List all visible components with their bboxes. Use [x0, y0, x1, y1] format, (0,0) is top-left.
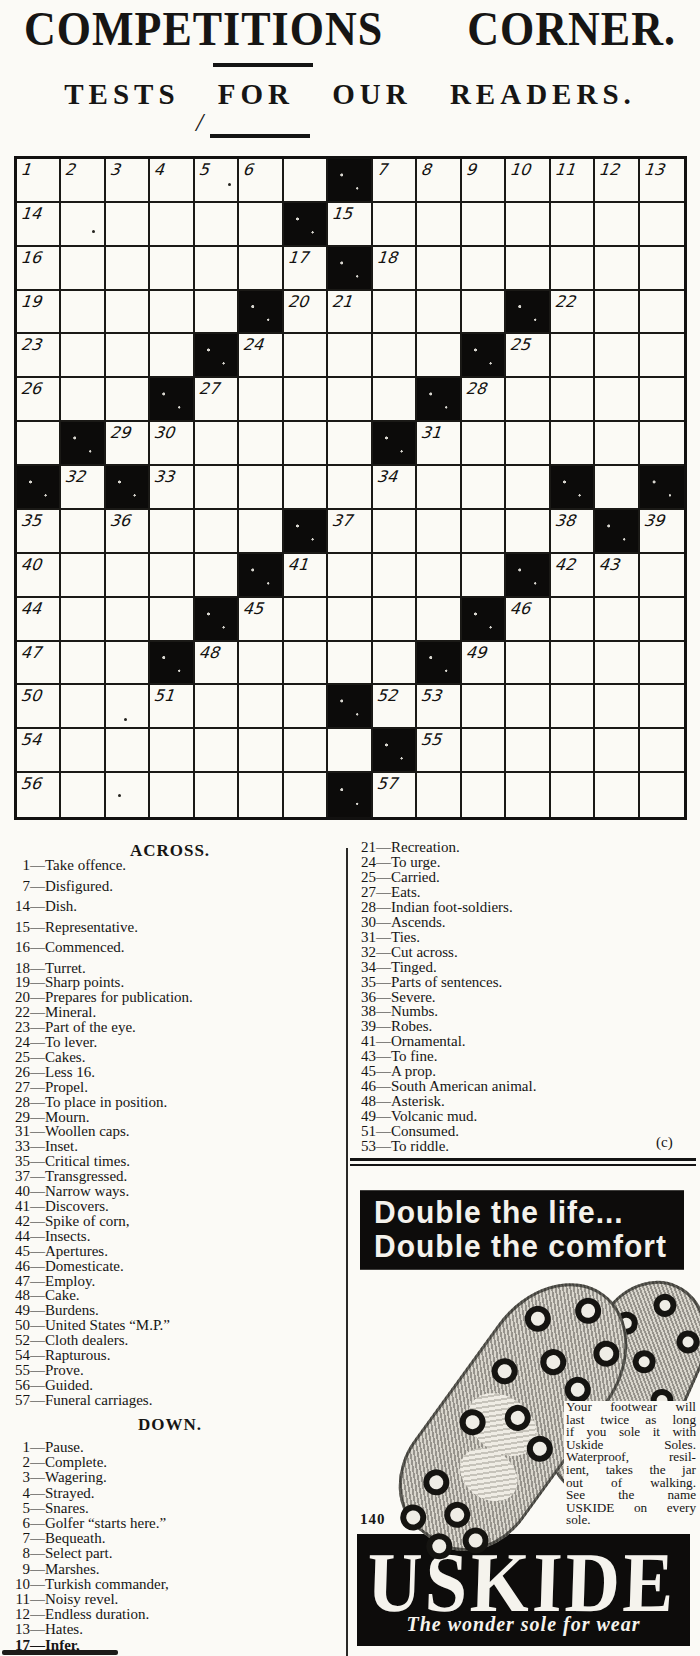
white-cell[interactable]: 38 — [551, 510, 595, 554]
white-cell[interactable] — [640, 422, 684, 466]
white-cell[interactable] — [61, 773, 105, 817]
white-cell[interactable] — [239, 466, 283, 510]
white-cell[interactable]: 31 — [417, 422, 461, 466]
clue-number: 14 — [16, 203, 60, 222]
white-cell[interactable] — [328, 554, 372, 598]
white-cell[interactable] — [551, 729, 595, 773]
white-cell[interactable]: 39 — [640, 510, 684, 554]
white-cell[interactable]: 1 — [17, 159, 61, 203]
white-cell[interactable] — [595, 685, 639, 729]
white-cell[interactable] — [551, 203, 595, 247]
white-cell[interactable] — [417, 554, 461, 598]
white-cell[interactable] — [150, 773, 194, 817]
white-cell[interactable] — [239, 729, 283, 773]
white-cell[interactable] — [373, 510, 417, 554]
clue-item: 48—Asterisk. — [352, 1094, 696, 1109]
white-cell[interactable]: 21 — [328, 291, 372, 335]
print-speckle — [92, 230, 95, 233]
white-cell[interactable]: 45 — [239, 598, 283, 642]
white-cell[interactable] — [595, 642, 639, 686]
sole-stud — [570, 1293, 606, 1329]
clue-number: 19 — [16, 291, 60, 310]
white-cell[interactable] — [61, 642, 105, 686]
white-cell[interactable] — [462, 422, 506, 466]
clue-number: 43 — [594, 554, 638, 573]
copyright-mark: (c) — [656, 1134, 673, 1151]
clue-item: 29—Mourn. — [4, 1110, 340, 1125]
clue-item: 25—Cakes. — [4, 1050, 340, 1065]
white-cell[interactable] — [640, 773, 684, 817]
white-cell[interactable]: 23 — [17, 334, 61, 378]
white-cell[interactable]: 40 — [17, 554, 61, 598]
white-cell[interactable]: 20 — [284, 291, 328, 335]
white-cell[interactable] — [61, 378, 105, 422]
white-cell[interactable]: 17 — [284, 247, 328, 291]
white-cell[interactable] — [595, 466, 639, 510]
clue-number: 49 — [461, 642, 505, 661]
white-cell[interactable] — [551, 598, 595, 642]
white-cell[interactable] — [551, 334, 595, 378]
down-clues-list-right: 21—Recreation.24—To urge.25—Carried.27—E… — [352, 840, 696, 1154]
white-cell[interactable] — [150, 510, 194, 554]
white-cell[interactable]: 34 — [373, 466, 417, 510]
clue-item: 39—Robes. — [352, 1019, 696, 1034]
white-cell[interactable] — [640, 247, 684, 291]
black-cell — [417, 642, 461, 686]
white-cell[interactable] — [284, 466, 328, 510]
white-cell[interactable] — [195, 203, 239, 247]
clue-number: 44 — [16, 598, 60, 617]
white-cell[interactable] — [595, 247, 639, 291]
clue-number: 35 — [16, 510, 60, 529]
white-cell[interactable]: 27 — [195, 378, 239, 422]
clue-item: 49—Burdens. — [4, 1303, 340, 1318]
clue-item: 28—Indian foot-soldiers. — [352, 900, 696, 915]
white-cell[interactable] — [195, 422, 239, 466]
clue-item: 43—To fine. — [352, 1049, 696, 1064]
white-cell[interactable] — [640, 203, 684, 247]
white-cell[interactable]: 50 — [17, 685, 61, 729]
white-cell[interactable]: 54 — [17, 729, 61, 773]
clue-item: 36—Severe. — [352, 990, 696, 1005]
clue-item: 7—Bequeath. — [4, 1531, 340, 1546]
white-cell[interactable] — [239, 642, 283, 686]
page-title: COMPETITIONS CORNER. — [0, 2, 700, 57]
white-cell[interactable] — [640, 334, 684, 378]
white-cell[interactable]: 53 — [417, 685, 461, 729]
white-cell[interactable]: 26 — [17, 378, 61, 422]
white-cell[interactable]: 25 — [506, 334, 550, 378]
white-cell[interactable] — [17, 422, 61, 466]
clue-number: 21 — [327, 291, 371, 310]
white-cell[interactable] — [640, 378, 684, 422]
white-cell[interactable] — [640, 291, 684, 335]
white-cell[interactable]: 55 — [417, 729, 461, 773]
white-cell[interactable] — [61, 729, 105, 773]
black-cell — [150, 642, 194, 686]
white-cell[interactable] — [150, 729, 194, 773]
white-cell[interactable] — [373, 554, 417, 598]
page-title-left: COMPETITIONS — [24, 2, 383, 57]
white-cell[interactable] — [106, 729, 150, 773]
white-cell[interactable]: 24 — [239, 334, 283, 378]
white-cell[interactable]: 29 — [106, 422, 150, 466]
white-cell[interactable] — [462, 203, 506, 247]
white-cell[interactable] — [106, 378, 150, 422]
clue-number: 45 — [238, 598, 282, 617]
clue-item: 12—Endless duration. — [4, 1607, 340, 1622]
white-cell[interactable]: 30 — [150, 422, 194, 466]
white-cell[interactable]: 18 — [373, 247, 417, 291]
white-cell[interactable]: 19 — [17, 291, 61, 335]
clue-item: 24—To lever. — [4, 1035, 340, 1050]
clue-item: 9—Marshes. — [4, 1562, 340, 1577]
clue-number: 37 — [327, 510, 371, 529]
white-cell[interactable] — [595, 291, 639, 335]
clue-number: 28 — [461, 378, 505, 397]
white-cell[interactable] — [106, 334, 150, 378]
white-cell[interactable] — [61, 685, 105, 729]
white-cell[interactable] — [551, 685, 595, 729]
white-cell[interactable] — [106, 554, 150, 598]
clue-number: 54 — [16, 729, 60, 748]
white-cell[interactable] — [195, 685, 239, 729]
black-cell — [195, 334, 239, 378]
white-cell[interactable] — [61, 247, 105, 291]
white-cell[interactable] — [284, 729, 328, 773]
white-cell[interactable]: 36 — [106, 510, 150, 554]
white-cell[interactable]: 13 — [640, 159, 684, 203]
white-cell[interactable] — [150, 203, 194, 247]
clue-number: 42 — [550, 554, 594, 573]
clue-item: 21—Recreation. — [352, 840, 696, 855]
white-cell[interactable]: 44 — [17, 598, 61, 642]
white-cell[interactable] — [284, 685, 328, 729]
black-cell — [61, 422, 105, 466]
clue-item: 33—Inset. — [4, 1139, 340, 1154]
column-divider-rule — [346, 848, 348, 1656]
white-cell[interactable] — [551, 422, 595, 466]
clue-number: 31 — [416, 422, 460, 441]
clue-item: 51—Consumed. — [352, 1124, 696, 1139]
white-cell[interactable] — [640, 598, 684, 642]
clue-number: 26 — [16, 378, 60, 397]
white-cell[interactable] — [640, 685, 684, 729]
white-cell[interactable]: 4 — [150, 159, 194, 203]
clue-item: 55—Prove. — [4, 1363, 340, 1378]
black-cell — [373, 729, 417, 773]
white-cell[interactable] — [239, 422, 283, 466]
white-cell[interactable] — [417, 334, 461, 378]
white-cell[interactable] — [373, 378, 417, 422]
white-cell[interactable]: 15 — [328, 203, 372, 247]
white-cell[interactable]: 41 — [284, 554, 328, 598]
white-cell[interactable] — [417, 203, 461, 247]
white-cell[interactable]: 22 — [551, 291, 595, 335]
ink-smudge — [2, 1650, 118, 1655]
clue-item: 46—South American animal. — [352, 1079, 696, 1094]
white-cell[interactable] — [373, 203, 417, 247]
white-cell[interactable] — [328, 334, 372, 378]
white-cell[interactable] — [150, 247, 194, 291]
white-cell[interactable] — [506, 422, 550, 466]
white-cell[interactable]: 8 — [417, 159, 461, 203]
white-cell[interactable] — [595, 773, 639, 817]
white-cell[interactable] — [462, 729, 506, 773]
white-cell[interactable] — [106, 598, 150, 642]
ad-copy-line: sole. — [566, 1514, 696, 1527]
white-cell[interactable] — [462, 247, 506, 291]
white-cell[interactable] — [328, 422, 372, 466]
white-cell[interactable] — [106, 685, 150, 729]
white-cell[interactable] — [284, 334, 328, 378]
clue-number: 51 — [149, 685, 193, 704]
clue-number: 11 — [550, 159, 594, 178]
clue-item: 30—Ascends. — [352, 915, 696, 930]
white-cell[interactable] — [506, 378, 550, 422]
white-cell[interactable]: 10 — [506, 159, 550, 203]
black-cell — [328, 159, 372, 203]
clue-item: 52—Cloth dealers. — [4, 1333, 340, 1348]
white-cell[interactable] — [284, 422, 328, 466]
black-cell — [462, 598, 506, 642]
white-cell[interactable] — [328, 642, 372, 686]
white-cell[interactable] — [640, 729, 684, 773]
clue-number: 57 — [372, 773, 416, 792]
white-cell[interactable] — [328, 598, 372, 642]
white-cell[interactable] — [284, 598, 328, 642]
ad-headline-banner: Double the life... Double the comfort — [360, 1190, 684, 1270]
white-cell[interactable]: 46 — [506, 598, 550, 642]
clue-number: 7 — [372, 159, 416, 178]
clue-number: 34 — [372, 466, 416, 485]
white-cell[interactable] — [195, 466, 239, 510]
white-cell[interactable]: 48 — [195, 642, 239, 686]
across-clues-list: 1—Take offence.7—Disfigured.14—Dish.15—R… — [4, 858, 340, 1408]
white-cell[interactable]: 5 — [195, 159, 239, 203]
white-cell[interactable] — [595, 598, 639, 642]
white-cell[interactable]: 14 — [17, 203, 61, 247]
clue-item: 25—Carried. — [352, 870, 696, 885]
white-cell[interactable] — [239, 247, 283, 291]
clue-item: 23—Part of the eye. — [4, 1020, 340, 1035]
white-cell[interactable] — [61, 203, 105, 247]
white-cell[interactable] — [239, 378, 283, 422]
down-heading: DOWN. — [0, 1415, 340, 1435]
white-cell[interactable] — [195, 773, 239, 817]
clue-item: 8—Select part. — [4, 1546, 340, 1561]
clue-number: 8 — [416, 159, 460, 178]
white-cell[interactable]: 35 — [17, 510, 61, 554]
white-cell[interactable]: 51 — [150, 685, 194, 729]
white-cell[interactable] — [595, 378, 639, 422]
clue-item: 49—Volcanic mud. — [352, 1109, 696, 1124]
white-cell[interactable] — [462, 685, 506, 729]
white-cell[interactable] — [373, 598, 417, 642]
white-cell[interactable] — [284, 378, 328, 422]
white-cell[interactable] — [506, 685, 550, 729]
white-cell[interactable]: 37 — [328, 510, 372, 554]
clue-item: 5—Snares. — [4, 1501, 340, 1516]
white-cell[interactable] — [551, 378, 595, 422]
white-cell[interactable]: 6 — [239, 159, 283, 203]
white-cell[interactable] — [239, 773, 283, 817]
white-cell[interactable] — [506, 203, 550, 247]
clue-item: 38—Numbs. — [352, 1004, 696, 1019]
white-cell[interactable] — [417, 291, 461, 335]
clue-number: 30 — [149, 422, 193, 441]
clue-item: 34—Tinged. — [352, 960, 696, 975]
clue-number: 15 — [327, 203, 371, 222]
clue-item: 56—Guided. — [4, 1378, 340, 1393]
clue-number: 56 — [16, 773, 60, 792]
white-cell[interactable] — [195, 554, 239, 598]
clue-number: 40 — [16, 554, 60, 573]
white-cell[interactable] — [61, 334, 105, 378]
white-cell[interactable] — [61, 291, 105, 335]
white-cell[interactable]: 11 — [551, 159, 595, 203]
white-cell[interactable] — [195, 729, 239, 773]
clue-number: 41 — [283, 554, 327, 573]
clue-number: 6 — [238, 159, 282, 178]
white-cell[interactable] — [595, 422, 639, 466]
clue-item: 53—To riddle. — [352, 1139, 696, 1154]
white-cell[interactable] — [373, 334, 417, 378]
white-cell[interactable]: 9 — [462, 159, 506, 203]
white-cell[interactable]: 7 — [373, 159, 417, 203]
clue-item: 50—United States “M.P.” — [4, 1318, 340, 1333]
white-cell[interactable] — [150, 334, 194, 378]
white-cell[interactable] — [551, 642, 595, 686]
title-rule — [213, 63, 313, 67]
white-cell[interactable] — [106, 291, 150, 335]
clue-number: 27 — [194, 378, 238, 397]
white-cell[interactable] — [462, 773, 506, 817]
clue-number: 36 — [105, 510, 149, 529]
white-cell[interactable] — [417, 773, 461, 817]
black-cell — [328, 247, 372, 291]
white-cell[interactable] — [106, 642, 150, 686]
white-cell[interactable]: 28 — [462, 378, 506, 422]
white-cell[interactable] — [150, 598, 194, 642]
white-cell[interactable] — [462, 510, 506, 554]
white-cell[interactable] — [595, 334, 639, 378]
white-cell[interactable] — [506, 466, 550, 510]
white-cell[interactable] — [640, 554, 684, 598]
white-cell[interactable] — [239, 203, 283, 247]
white-cell[interactable] — [195, 247, 239, 291]
white-cell[interactable] — [284, 642, 328, 686]
clue-item: 37—Transgressed. — [4, 1169, 340, 1184]
white-cell[interactable] — [328, 729, 372, 773]
white-cell[interactable] — [328, 466, 372, 510]
white-cell[interactable]: 16 — [17, 247, 61, 291]
white-cell[interactable] — [239, 510, 283, 554]
white-cell[interactable]: 12 — [595, 159, 639, 203]
white-cell[interactable] — [506, 773, 550, 817]
clue-item: 2—Complete. — [4, 1455, 340, 1470]
white-cell[interactable] — [150, 291, 194, 335]
white-cell[interactable] — [506, 510, 550, 554]
white-cell[interactable]: 3 — [106, 159, 150, 203]
clue-number: 52 — [372, 685, 416, 704]
white-cell[interactable] — [417, 247, 461, 291]
white-cell[interactable] — [106, 247, 150, 291]
white-cell[interactable] — [462, 466, 506, 510]
white-cell[interactable]: 2 — [61, 159, 105, 203]
white-cell[interactable]: 43 — [595, 554, 639, 598]
white-cell[interactable] — [195, 291, 239, 335]
white-cell[interactable] — [106, 773, 150, 817]
white-cell[interactable]: 52 — [373, 685, 417, 729]
clue-item: 24—To urge. — [352, 855, 696, 870]
white-cell[interactable] — [61, 598, 105, 642]
white-cell[interactable] — [61, 554, 105, 598]
white-cell[interactable] — [462, 554, 506, 598]
white-cell[interactable] — [551, 773, 595, 817]
white-cell[interactable] — [61, 510, 105, 554]
white-cell[interactable]: 56 — [17, 773, 61, 817]
white-cell[interactable] — [195, 510, 239, 554]
white-cell[interactable] — [595, 729, 639, 773]
clue-item: 18—Turret. — [4, 961, 340, 976]
clue-number: 32 — [60, 466, 104, 485]
white-cell[interactable] — [373, 291, 417, 335]
white-cell[interactable]: 57 — [373, 773, 417, 817]
white-cell[interactable] — [506, 642, 550, 686]
sole-stud — [673, 1327, 700, 1357]
clue-number: 12 — [594, 159, 638, 178]
white-cell[interactable] — [284, 159, 328, 203]
white-cell[interactable] — [239, 685, 283, 729]
clue-number: 16 — [16, 247, 60, 266]
clue-number: 24 — [238, 334, 282, 353]
white-cell[interactable]: 32 — [61, 466, 105, 510]
white-cell[interactable] — [462, 291, 506, 335]
subtitle-rule — [210, 134, 310, 138]
white-cell[interactable] — [417, 510, 461, 554]
white-cell[interactable] — [417, 466, 461, 510]
clue-number: 23 — [16, 334, 60, 353]
white-cell[interactable]: 42 — [551, 554, 595, 598]
white-cell[interactable]: 47 — [17, 642, 61, 686]
white-cell[interactable] — [106, 203, 150, 247]
white-cell[interactable] — [150, 554, 194, 598]
white-cell[interactable] — [373, 642, 417, 686]
clue-item: 44—Insects. — [4, 1229, 340, 1244]
black-cell — [595, 510, 639, 554]
sole-stud — [650, 1290, 680, 1320]
clue-item: 27—Propel. — [4, 1080, 340, 1095]
white-cell[interactable] — [328, 378, 372, 422]
white-cell[interactable]: 33 — [150, 466, 194, 510]
white-cell[interactable] — [284, 773, 328, 817]
clue-item: 22—Mineral. — [4, 1005, 340, 1020]
white-cell[interactable]: 49 — [462, 642, 506, 686]
clue-number: 20 — [283, 291, 327, 310]
clue-item: 45—Apertures. — [4, 1244, 340, 1259]
white-cell[interactable] — [551, 247, 595, 291]
ad-figure-number: 140 — [360, 1511, 386, 1528]
white-cell[interactable] — [595, 203, 639, 247]
black-cell — [195, 598, 239, 642]
white-cell[interactable] — [640, 642, 684, 686]
white-cell[interactable] — [506, 729, 550, 773]
clue-item: 27—Eats. — [352, 885, 696, 900]
white-cell[interactable] — [506, 247, 550, 291]
white-cell[interactable] — [417, 598, 461, 642]
clue-number: 17 — [283, 247, 327, 266]
